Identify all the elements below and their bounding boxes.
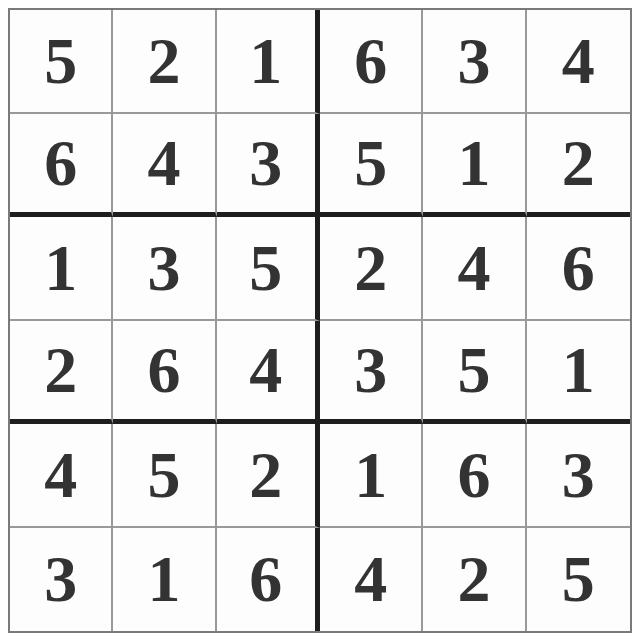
cell-r5c5[interactable]: 6	[423, 424, 526, 528]
cell-r2c5[interactable]: 1	[423, 114, 526, 218]
cell-r2c1[interactable]: 6	[10, 114, 113, 218]
cell-r5c6[interactable]: 3	[527, 424, 630, 528]
cell-r3c5[interactable]: 4	[423, 217, 526, 321]
cell-r1c6[interactable]: 4	[527, 10, 630, 114]
cell-r5c1[interactable]: 4	[10, 424, 113, 528]
cell-r4c1[interactable]: 2	[10, 321, 113, 425]
cell-r1c1[interactable]: 5	[10, 10, 113, 114]
cell-r4c4[interactable]: 3	[320, 321, 423, 425]
cell-r3c3[interactable]: 5	[217, 217, 320, 321]
cell-r3c6[interactable]: 6	[527, 217, 630, 321]
cell-r6c3[interactable]: 6	[217, 528, 320, 632]
cell-r4c5[interactable]: 5	[423, 321, 526, 425]
cell-r5c3[interactable]: 2	[217, 424, 320, 528]
cell-r6c6[interactable]: 5	[527, 528, 630, 632]
cell-r6c1[interactable]: 3	[10, 528, 113, 632]
cell-r3c4[interactable]: 2	[320, 217, 423, 321]
cell-r1c5[interactable]: 3	[423, 10, 526, 114]
cell-r1c2[interactable]: 2	[113, 10, 216, 114]
cell-r1c3[interactable]: 1	[217, 10, 320, 114]
cell-r2c4[interactable]: 5	[320, 114, 423, 218]
cell-r2c2[interactable]: 4	[113, 114, 216, 218]
cell-r6c2[interactable]: 1	[113, 528, 216, 632]
cell-r2c6[interactable]: 2	[527, 114, 630, 218]
cell-r3c2[interactable]: 3	[113, 217, 216, 321]
sudoku-board: 5 2 1 6 3 4 6 4 3 5 1 2 1 3 5 2 4 6 2 6 …	[8, 8, 632, 633]
cell-r1c4[interactable]: 6	[320, 10, 423, 114]
cell-r6c5[interactable]: 2	[423, 528, 526, 632]
cell-r4c3[interactable]: 4	[217, 321, 320, 425]
cell-r4c6[interactable]: 1	[527, 321, 630, 425]
cell-r3c1[interactable]: 1	[10, 217, 113, 321]
cell-r5c4[interactable]: 1	[320, 424, 423, 528]
cell-r4c2[interactable]: 6	[113, 321, 216, 425]
cell-r5c2[interactable]: 5	[113, 424, 216, 528]
cell-r6c4[interactable]: 4	[320, 528, 423, 632]
page: 5 2 1 6 3 4 6 4 3 5 1 2 1 3 5 2 4 6 2 6 …	[0, 0, 640, 641]
cell-r2c3[interactable]: 3	[217, 114, 320, 218]
